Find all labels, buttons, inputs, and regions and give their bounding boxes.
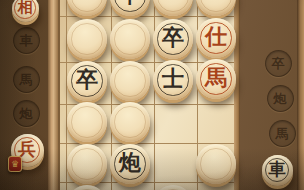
piece-hidden[interactable] xyxy=(67,0,107,16)
piece-hidden[interactable] xyxy=(110,61,150,101)
piece-hidden[interactable] xyxy=(67,102,107,142)
piece-red-advisor[interactable]: 仕 xyxy=(196,18,236,58)
piece-red-horse[interactable]: 馬 xyxy=(196,59,236,99)
tray-slot-horse: 馬 xyxy=(269,120,296,147)
engraved-glyph: 炮 xyxy=(20,107,33,120)
piece-hidden[interactable] xyxy=(196,144,236,184)
piece-hidden-partial[interactable] xyxy=(153,185,193,190)
piece-hidden[interactable] xyxy=(110,19,150,59)
engraved-glyph: 車 xyxy=(20,34,33,47)
engraved-glyph: 炮 xyxy=(274,92,287,105)
tray-slot-chariot: 車 xyxy=(13,27,40,54)
piece-glyph: 卒 xyxy=(162,27,184,49)
piece-hidden[interactable] xyxy=(67,19,107,59)
piece-black-soldier[interactable]: 卒 xyxy=(110,0,150,16)
piece-hidden[interactable] xyxy=(110,102,150,142)
piece-black-soldier[interactable]: 卒 xyxy=(153,19,193,59)
captured-marker-badge: ♛ xyxy=(8,156,22,172)
piece-hidden[interactable] xyxy=(67,144,107,184)
xiangqi-game-screen: 卒卒仕卒士馬炮相兵車馬炮♛車卒炮馬 xyxy=(0,0,304,190)
piece-glyph: 卒 xyxy=(119,0,141,6)
piece-black-cannon[interactable]: 炮 xyxy=(110,144,150,184)
engraved-glyph: 馬 xyxy=(20,73,33,86)
tray-slot-cannon: 炮 xyxy=(13,100,40,127)
piece-glyph: 仕 xyxy=(205,26,227,48)
piece-hidden[interactable] xyxy=(153,0,193,16)
piece-glyph: 車 xyxy=(269,161,286,178)
captured-red-elephant: 相 xyxy=(12,0,39,22)
piece-glyph: 馬 xyxy=(205,67,227,89)
piece-glyph: 兵 xyxy=(18,140,36,158)
tray-slot-cannon: 炮 xyxy=(267,85,294,112)
engraved-glyph: 馬 xyxy=(276,127,289,140)
piece-glyph: 士 xyxy=(162,68,184,90)
piece-black-soldier[interactable]: 卒 xyxy=(67,61,107,101)
tray-slot-soldier: 卒 xyxy=(265,50,292,77)
piece-glyph: 卒 xyxy=(76,69,98,91)
piece-glyph: 炮 xyxy=(119,152,141,174)
piece-hidden[interactable] xyxy=(196,0,236,16)
engraved-glyph: 卒 xyxy=(272,57,285,70)
captured-black-chariot: 車 xyxy=(262,155,293,186)
piece-glyph: 相 xyxy=(18,0,33,15)
badge-crown-icon: ♛ xyxy=(11,160,19,169)
piece-black-advisor[interactable]: 士 xyxy=(153,60,193,100)
pieces-layer: 卒卒仕卒士馬炮相兵車馬炮♛車卒炮馬 xyxy=(0,0,304,190)
tray-slot-horse: 馬 xyxy=(13,66,40,93)
piece-hidden-partial[interactable] xyxy=(67,185,107,190)
